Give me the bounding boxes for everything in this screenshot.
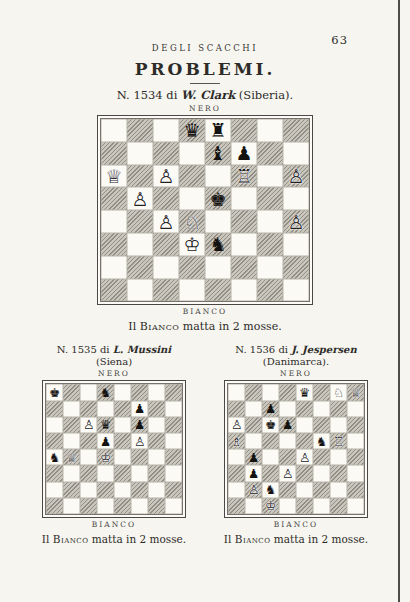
square-b5 (245, 433, 262, 449)
square-b8 (245, 384, 262, 400)
square-e7 (296, 401, 313, 417)
square-f1 (313, 498, 330, 514)
author-name: L. Mussini (113, 344, 171, 355)
square-f3 (231, 233, 257, 256)
square-f4 (231, 210, 257, 233)
square-f2 (313, 482, 330, 498)
square-d8: ♛ (179, 119, 205, 142)
square-e5 (114, 433, 131, 449)
square-f7: ♟ (131, 401, 148, 417)
black-queen-piece: ♛ (97, 417, 114, 433)
square-d6: ♛ (97, 417, 114, 433)
square-f3 (313, 465, 330, 481)
square-a2 (46, 482, 63, 498)
square-a5 (101, 187, 127, 210)
square-c2 (80, 482, 97, 498)
square-g2 (257, 256, 283, 279)
square-b1 (63, 498, 80, 514)
square-a1 (46, 498, 63, 514)
square-f6: ♟ (131, 417, 148, 433)
title-divider (190, 83, 220, 84)
square-h1 (283, 279, 309, 302)
square-d4: ♔ (97, 449, 114, 465)
author-name: J. Jespersen (291, 344, 357, 355)
square-a4 (228, 449, 245, 465)
square-f6: ♖ (231, 165, 257, 188)
square-h2 (347, 482, 364, 498)
square-a8 (101, 119, 127, 142)
black-knight-piece: ♞ (262, 482, 279, 498)
square-e6 (296, 417, 313, 433)
problem-1534: N. 1534 di W. Clark (Siberia). NERO ♛♜♝♟… (0, 89, 410, 333)
square-b1 (245, 498, 262, 514)
square-h7 (347, 401, 364, 417)
chessboard-1534: ♛♜♝♟♕♙♖♙♙♚♙♘♙♔♞ (100, 118, 310, 302)
square-a1 (228, 498, 245, 514)
square-b4: ♟ (245, 449, 262, 465)
chessboard-1535: ♚♞♟♙♛♟♟♙♞♕♔ (45, 383, 183, 515)
square-g3 (257, 233, 283, 256)
square-f4 (313, 449, 330, 465)
square-c3 (80, 465, 97, 481)
scan-page-edge (398, 0, 400, 602)
square-e2 (296, 482, 313, 498)
square-c5 (262, 433, 279, 449)
square-c7: ♟ (262, 401, 279, 417)
square-d8 (279, 384, 296, 400)
square-b5: ♙ (127, 187, 153, 210)
square-b2: ♙ (245, 482, 262, 498)
square-d1 (179, 279, 205, 302)
white-side-label: BIANCO (216, 520, 376, 529)
black-knight-piece: ♞ (205, 233, 231, 256)
stipulation-1535: Il Bianco matta in 2 mosse. (34, 533, 194, 545)
square-f7: ♟ (231, 142, 257, 165)
square-d1 (279, 498, 296, 514)
square-a2 (228, 482, 245, 498)
square-f5 (231, 187, 257, 210)
square-a3 (46, 465, 63, 481)
square-f8 (131, 384, 148, 400)
black-knight-piece: ♞ (313, 433, 330, 449)
white-queen-piece: ♕ (63, 449, 80, 465)
white-pawn-piece: ♙ (228, 417, 245, 433)
heading-suffix: (Siberia). (235, 88, 293, 102)
square-e4: ♙ (296, 449, 313, 465)
square-e3 (114, 465, 131, 481)
square-g1 (330, 498, 347, 514)
square-e1 (114, 498, 131, 514)
white-pawn-piece: ♙ (153, 165, 179, 188)
square-h4 (165, 449, 182, 465)
square-f3 (131, 465, 148, 481)
square-e7 (114, 401, 131, 417)
square-c7 (80, 401, 97, 417)
square-e4 (114, 449, 131, 465)
section-title: PROBLEMI. (0, 59, 410, 79)
square-e6 (205, 165, 231, 188)
square-b6 (127, 165, 153, 188)
square-h8 (165, 384, 182, 400)
square-e4 (205, 210, 231, 233)
square-h5 (165, 433, 182, 449)
square-d2 (179, 256, 205, 279)
square-d6: ♟ (279, 417, 296, 433)
square-g3 (148, 465, 165, 481)
white-knight-piece: ♘ (179, 210, 205, 233)
square-f8 (313, 384, 330, 400)
square-d1 (97, 498, 114, 514)
square-a5: ♗ (228, 433, 245, 449)
black-king-piece: ♚ (205, 187, 231, 210)
square-f1 (231, 279, 257, 302)
square-h8: ♕ (347, 384, 364, 400)
black-rook-piece: ♜ (205, 119, 231, 142)
square-e2 (205, 256, 231, 279)
chessboard-frame-1534: ♛♜♝♟♕♙♖♙♙♚♙♘♙♔♞ (97, 115, 313, 305)
black-bishop-piece: ♝ (205, 142, 231, 165)
square-g1 (257, 279, 283, 302)
white-pawn-piece: ♙ (245, 482, 262, 498)
black-pawn-piece: ♟ (279, 417, 296, 433)
square-a7 (46, 401, 63, 417)
square-d3 (97, 465, 114, 481)
square-d4 (279, 449, 296, 465)
stipulation-1534: Il Bianco matta in 2 mosse. (0, 320, 410, 333)
square-c8 (262, 384, 279, 400)
square-e1 (205, 279, 231, 302)
white-king-piece: ♔ (179, 233, 205, 256)
square-h5 (347, 433, 364, 449)
square-c2 (153, 256, 179, 279)
square-g7 (148, 401, 165, 417)
square-b5 (63, 433, 80, 449)
square-a2 (101, 256, 127, 279)
white-knight-piece: ♘ (330, 384, 347, 400)
square-c2: ♞ (262, 482, 279, 498)
stipulation-1536: Il Bianco matta in 2 mosse. (216, 533, 376, 545)
square-c4 (262, 449, 279, 465)
black-side-label: NERO (216, 369, 376, 378)
square-e3 (296, 465, 313, 481)
chessboard-1536: ♛♘♕♟♙♚♟♗♞♖♟♙♟♙♙♞♔ (227, 383, 365, 515)
square-c7 (153, 142, 179, 165)
square-g1 (148, 498, 165, 514)
square-d3: ♔ (179, 233, 205, 256)
square-c1 (80, 498, 97, 514)
black-pawn-piece: ♟ (245, 449, 262, 465)
square-g4 (148, 449, 165, 465)
square-c8 (80, 384, 97, 400)
black-pawn-piece: ♟ (245, 465, 262, 481)
square-d5 (179, 187, 205, 210)
square-b7 (63, 401, 80, 417)
square-g2 (330, 482, 347, 498)
square-a4 (101, 210, 127, 233)
square-h6 (165, 417, 182, 433)
square-a1 (101, 279, 127, 302)
square-h6 (347, 417, 364, 433)
white-king-piece: ♔ (262, 498, 279, 514)
square-b3 (127, 233, 153, 256)
square-h3 (347, 465, 364, 481)
white-queen-piece: ♕ (101, 165, 127, 188)
chessboard-frame-1535: ♚♞♟♙♛♟♟♙♞♕♔ (42, 380, 186, 518)
black-knight-piece: ♞ (46, 449, 63, 465)
square-e8: ♛ (296, 384, 313, 400)
square-h1 (165, 498, 182, 514)
square-b7 (245, 401, 262, 417)
chessboard-frame-1536: ♛♘♕♟♙♚♟♗♞♖♟♙♟♙♙♞♔ (224, 380, 368, 518)
square-g2 (148, 482, 165, 498)
black-side-label: NERO (0, 104, 410, 113)
square-h7 (165, 401, 182, 417)
square-g4 (330, 449, 347, 465)
white-side-label: BIANCO (0, 307, 410, 316)
black-king-piece: ♚ (262, 417, 279, 433)
square-f5: ♙ (131, 433, 148, 449)
black-pawn-piece: ♟ (262, 401, 279, 417)
square-h4: ♙ (283, 210, 309, 233)
square-d7 (279, 401, 296, 417)
square-e5 (296, 433, 313, 449)
square-d3: ♙ (279, 465, 296, 481)
white-pawn-piece: ♙ (127, 187, 153, 210)
square-d7 (179, 142, 205, 165)
square-a3 (101, 233, 127, 256)
square-a7 (101, 142, 127, 165)
square-f5: ♞ (313, 433, 330, 449)
square-c6: ♙ (153, 165, 179, 188)
white-pawn-piece: ♙ (279, 465, 296, 481)
square-b3: ♟ (245, 465, 262, 481)
square-b1 (127, 279, 153, 302)
square-h8 (283, 119, 309, 142)
black-king-piece: ♚ (46, 384, 63, 400)
square-e3: ♞ (205, 233, 231, 256)
square-h4 (347, 449, 364, 465)
author-country: (Danimarca). (263, 356, 329, 367)
square-c4: ♙ (153, 210, 179, 233)
square-a5 (46, 433, 63, 449)
problem-1536-heading: N. 1536 di J. Jespersen (Danimarca). (216, 344, 376, 367)
square-a7 (228, 401, 245, 417)
square-e8: ♜ (205, 119, 231, 142)
square-f2 (131, 482, 148, 498)
square-g5: ♖ (330, 433, 347, 449)
square-c3 (153, 233, 179, 256)
square-g6 (330, 417, 347, 433)
author-name: W. Clark (181, 88, 235, 102)
square-f8 (231, 119, 257, 142)
white-pawn-piece: ♙ (80, 417, 97, 433)
square-g7 (330, 401, 347, 417)
square-c8 (153, 119, 179, 142)
journal-title: DEGLI SCACCHI (152, 43, 258, 53)
square-g7 (257, 142, 283, 165)
square-b7 (127, 142, 153, 165)
square-c3 (262, 465, 279, 481)
square-h3 (283, 233, 309, 256)
square-g8 (148, 384, 165, 400)
black-side-label: NERO (34, 369, 194, 378)
square-d2 (279, 482, 296, 498)
black-knight-piece: ♞ (97, 384, 114, 400)
black-pawn-piece: ♟ (97, 433, 114, 449)
square-e8 (114, 384, 131, 400)
square-c5 (153, 187, 179, 210)
square-a6 (46, 417, 63, 433)
square-a6: ♕ (101, 165, 127, 188)
white-queen-piece: ♕ (347, 384, 364, 400)
problem-1535: N. 1535 di L. Mussini (Siena) NERO ♚♞♟♙♛… (34, 342, 194, 545)
square-g8: ♘ (330, 384, 347, 400)
square-f1 (131, 498, 148, 514)
square-e1 (296, 498, 313, 514)
square-g5 (148, 433, 165, 449)
white-bishop-piece: ♗ (228, 433, 245, 449)
white-pawn-piece: ♙ (153, 210, 179, 233)
problem-1535-heading: N. 1535 di L. Mussini (Siena) (34, 344, 194, 367)
black-pawn-piece: ♟ (131, 417, 148, 433)
square-c6: ♚ (262, 417, 279, 433)
black-pawn-piece: ♟ (231, 142, 257, 165)
square-b6 (63, 417, 80, 433)
white-side-label: BIANCO (34, 520, 194, 529)
square-e5: ♚ (205, 187, 231, 210)
square-h6: ♙ (283, 165, 309, 188)
square-d5 (279, 433, 296, 449)
square-b2 (127, 256, 153, 279)
square-d5: ♟ (97, 433, 114, 449)
small-problems-row: N. 1535 di L. Mussini (Siena) NERO ♚♞♟♙♛… (0, 342, 410, 545)
square-f4 (131, 449, 148, 465)
square-e6 (114, 417, 131, 433)
author-city: (Siena) (96, 356, 132, 367)
square-h7 (283, 142, 309, 165)
white-pawn-piece: ♙ (296, 449, 313, 465)
white-rook-piece: ♖ (330, 433, 347, 449)
square-c4 (80, 449, 97, 465)
square-e2 (114, 482, 131, 498)
square-g4 (257, 210, 283, 233)
square-f2 (231, 256, 257, 279)
black-pawn-piece: ♟ (131, 401, 148, 417)
running-head: DEGLI SCACCHI 63 (0, 36, 410, 49)
problem-1534-heading: N. 1534 di W. Clark (Siberia). (0, 89, 410, 102)
square-b3 (63, 465, 80, 481)
white-king-piece: ♔ (97, 449, 114, 465)
black-queen-piece: ♛ (179, 119, 205, 142)
page-number: 63 (331, 33, 348, 47)
square-f7 (313, 401, 330, 417)
square-a6: ♙ (228, 417, 245, 433)
square-b4: ♕ (63, 449, 80, 465)
square-a4: ♞ (46, 449, 63, 465)
problem-1536: N. 1536 di J. Jespersen (Danimarca). NER… (216, 342, 376, 545)
heading-prefix: N. 1534 di (117, 88, 181, 102)
white-pawn-piece: ♙ (283, 165, 309, 188)
square-g5 (257, 187, 283, 210)
square-h2 (165, 482, 182, 498)
square-f6 (313, 417, 330, 433)
square-c6: ♙ (80, 417, 97, 433)
square-b4 (127, 210, 153, 233)
square-g6 (257, 165, 283, 188)
square-g8 (257, 119, 283, 142)
square-h3 (165, 465, 182, 481)
square-e7: ♝ (205, 142, 231, 165)
square-b6 (245, 417, 262, 433)
square-h1 (347, 498, 364, 514)
white-pawn-piece: ♙ (131, 433, 148, 449)
square-b2 (63, 482, 80, 498)
square-c5 (80, 433, 97, 449)
square-a3 (228, 465, 245, 481)
square-g3 (330, 465, 347, 481)
white-rook-piece: ♖ (231, 165, 257, 188)
square-d7 (97, 401, 114, 417)
square-b8 (63, 384, 80, 400)
square-g6 (148, 417, 165, 433)
magazine-page: DEGLI SCACCHI 63 PROBLEMI. N. 1534 di W.… (0, 0, 410, 602)
square-d2 (97, 482, 114, 498)
square-c1: ♔ (262, 498, 279, 514)
square-b8 (127, 119, 153, 142)
square-d6 (179, 165, 205, 188)
square-a8: ♚ (46, 384, 63, 400)
square-d4: ♘ (179, 210, 205, 233)
square-h5 (283, 187, 309, 210)
square-d8: ♞ (97, 384, 114, 400)
white-pawn-piece: ♙ (283, 210, 309, 233)
square-a8 (228, 384, 245, 400)
square-h2 (283, 256, 309, 279)
black-queen-piece: ♛ (296, 384, 313, 400)
square-c1 (153, 279, 179, 302)
